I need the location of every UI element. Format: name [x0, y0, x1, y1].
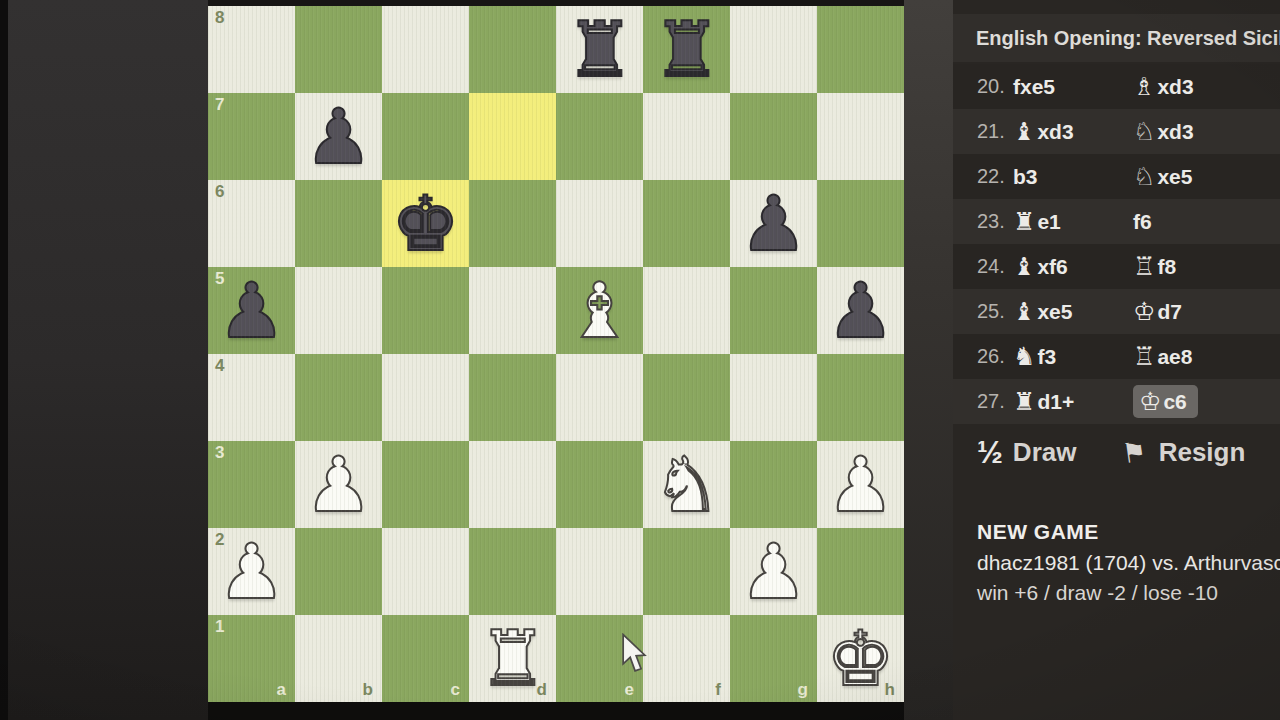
file-label-f: f: [715, 681, 721, 698]
square-g5[interactable]: [730, 267, 817, 354]
screen-bezel-left: [0, 0, 208, 720]
move-list-sidebar: English Opening: Reversed Sicilian V 20.…: [953, 0, 1280, 720]
white-pawn[interactable]: ♟: [304, 447, 372, 523]
file-label-g: g: [798, 681, 808, 698]
square-h4[interactable]: [817, 354, 904, 441]
square-a1[interactable]: 1a: [208, 615, 295, 702]
square-d8[interactable]: [469, 6, 556, 93]
rook-icon: ♜: [1013, 209, 1035, 234]
file-label-a: a: [277, 681, 286, 698]
white-knight[interactable]: ♞: [652, 447, 720, 523]
square-d6[interactable]: [469, 180, 556, 267]
san-text: xd3: [1157, 75, 1193, 99]
move-row-27: 27.♜d1+♔c6: [953, 379, 1280, 424]
square-h5[interactable]: ♟: [817, 267, 904, 354]
move-row-26: 26.♞f3♖ae8: [953, 334, 1280, 379]
square-d2[interactable]: [469, 528, 556, 615]
square-c4[interactable]: [382, 354, 469, 441]
file-label-e: e: [625, 681, 634, 698]
square-e6[interactable]: [556, 180, 643, 267]
move-23-black[interactable]: f6: [1133, 210, 1152, 234]
bishop-icon: ♝: [1013, 254, 1035, 279]
san-text: fxe5: [1013, 75, 1055, 99]
move-number: 24.: [977, 255, 1013, 278]
move-row-25: 25.♝xe5♔d7: [953, 289, 1280, 334]
move-20-white[interactable]: fxe5: [1013, 75, 1133, 99]
move-27-white[interactable]: ♜d1+: [1013, 389, 1133, 414]
square-c5[interactable]: [382, 267, 469, 354]
san-text: f3: [1037, 345, 1056, 369]
move-number: 23.: [977, 210, 1013, 233]
square-f4[interactable]: [643, 354, 730, 441]
knight-icon: ♞: [1013, 344, 1035, 369]
square-h1[interactable]: h♚: [817, 615, 904, 702]
half-point-icon: ½: [977, 437, 1003, 468]
white-pawn[interactable]: ♟: [739, 534, 807, 610]
new-game-title: NEW GAME: [977, 520, 1280, 544]
square-e8[interactable]: ♜: [556, 6, 643, 93]
move-27-black[interactable]: ♔c6: [1133, 385, 1198, 418]
square-b7[interactable]: ♟: [295, 93, 382, 180]
san-text: xf6: [1037, 255, 1067, 279]
move-22-white[interactable]: b3: [1013, 165, 1133, 189]
photo-dark-edge: [0, 0, 8, 720]
square-f8[interactable]: ♜: [643, 6, 730, 93]
king-icon: ♔: [1139, 389, 1161, 414]
black-king[interactable]: ♚: [391, 186, 459, 262]
game-actions: ½ Draw ⚑ Resign: [953, 424, 1280, 480]
square-h7[interactable]: [817, 93, 904, 180]
move-number: 25.: [977, 300, 1013, 323]
san-text: c6: [1163, 390, 1186, 414]
square-b8[interactable]: [295, 6, 382, 93]
san-text: b3: [1013, 165, 1038, 189]
move-row-21: 21.♝xd3♘xd3: [953, 109, 1280, 154]
san-text: d1+: [1037, 390, 1074, 414]
square-g3[interactable]: [730, 441, 817, 528]
square-g1[interactable]: g: [730, 615, 817, 702]
knight-icon: ♘: [1133, 119, 1155, 144]
move-row-22: 22.b3♘xe5: [953, 154, 1280, 199]
white-bishop[interactable]: ♝: [565, 273, 633, 349]
move-number: 27.: [977, 390, 1013, 413]
san-text: xd3: [1037, 120, 1073, 144]
square-a8[interactable]: 8: [208, 6, 295, 93]
square-e4[interactable]: [556, 354, 643, 441]
opening-name: English Opening: Reversed Sicilian V: [953, 14, 1280, 62]
black-pawn[interactable]: ♟: [217, 273, 285, 349]
board-sidebar-gap: [904, 0, 953, 720]
screen-bezel-bottom: [208, 702, 904, 720]
black-rook[interactable]: ♜: [652, 12, 720, 88]
resign-flag-icon: ⚑: [1121, 437, 1149, 467]
move-21-white[interactable]: ♝xd3: [1013, 119, 1133, 144]
move-20-black[interactable]: ♗xd3: [1133, 74, 1194, 99]
square-g6[interactable]: ♟: [730, 180, 817, 267]
black-rook[interactable]: ♜: [565, 12, 633, 88]
move-22-black[interactable]: ♘xe5: [1133, 164, 1192, 189]
square-a3[interactable]: 3: [208, 441, 295, 528]
move-24-black[interactable]: ♖f8: [1133, 254, 1176, 279]
san-text: xe5: [1157, 165, 1192, 189]
square-a5[interactable]: 5♟: [208, 267, 295, 354]
file-label-c: c: [451, 681, 460, 698]
black-pawn[interactable]: ♟: [826, 273, 894, 349]
rook-icon: ♖: [1133, 254, 1155, 279]
black-pawn[interactable]: ♟: [304, 99, 372, 175]
rank-label-4: 4: [215, 357, 224, 374]
square-f2[interactable]: [643, 528, 730, 615]
san-text: xe5: [1037, 300, 1072, 324]
square-c8[interactable]: [382, 6, 469, 93]
square-f1[interactable]: f: [643, 615, 730, 702]
file-label-h: h: [885, 681, 895, 698]
move-number: 26.: [977, 345, 1013, 368]
rook-icon: ♖: [1133, 344, 1155, 369]
rank-label-5: 5: [215, 270, 224, 287]
square-e7[interactable]: [556, 93, 643, 180]
rank-label-7: 7: [215, 96, 224, 113]
new-game-stakes: win +6 / draw -2 / lose -10: [977, 581, 1280, 605]
bishop-icon: ♗: [1133, 74, 1155, 99]
move-24-white[interactable]: ♝xf6: [1013, 254, 1133, 279]
bishop-icon: ♝: [1013, 299, 1035, 324]
square-h6[interactable]: [817, 180, 904, 267]
square-e5[interactable]: ♝: [556, 267, 643, 354]
san-text: xd3: [1157, 120, 1193, 144]
move-number: 21.: [977, 120, 1013, 143]
square-f3[interactable]: ♞: [643, 441, 730, 528]
square-g2[interactable]: ♟: [730, 528, 817, 615]
square-f6[interactable]: [643, 180, 730, 267]
move-23-white[interactable]: ♜e1: [1013, 209, 1133, 234]
move-row-23: 23.♜e1f6: [953, 199, 1280, 244]
square-b5[interactable]: [295, 267, 382, 354]
san-text: d7: [1157, 300, 1182, 324]
square-b3[interactable]: ♟: [295, 441, 382, 528]
new-game-panel: NEW GAME dhacz1981 (1704) vs. Arthurvasc…: [977, 520, 1280, 605]
square-d3[interactable]: [469, 441, 556, 528]
move-row-20: 20.fxe5♗xd3: [953, 64, 1280, 109]
rook-icon: ♜: [1013, 389, 1035, 414]
square-d7[interactable]: [469, 93, 556, 180]
square-h2[interactable]: [817, 528, 904, 615]
white-pawn[interactable]: ♟: [826, 447, 894, 523]
resign-button[interactable]: Resign: [1159, 437, 1246, 468]
move-21-black[interactable]: ♘xd3: [1133, 119, 1194, 144]
square-g7[interactable]: [730, 93, 817, 180]
san-text: e1: [1037, 210, 1060, 234]
square-h3[interactable]: ♟: [817, 441, 904, 528]
square-b6[interactable]: [295, 180, 382, 267]
white-pawn[interactable]: ♟: [217, 534, 285, 610]
square-c2[interactable]: [382, 528, 469, 615]
new-game-players: dhacz1981 (1704) vs. Arthurvasc: [977, 551, 1280, 575]
square-d4[interactable]: [469, 354, 556, 441]
san-text: ae8: [1157, 345, 1192, 369]
bishop-icon: ♝: [1013, 119, 1035, 144]
san-text: f8: [1157, 255, 1176, 279]
current-move-chip: ♔c6: [1133, 385, 1198, 418]
square-a4[interactable]: 4: [208, 354, 295, 441]
rank-label-2: 2: [215, 531, 224, 548]
square-g8[interactable]: [730, 6, 817, 93]
square-e3[interactable]: [556, 441, 643, 528]
chess-board: 8♜♜7♟6♚♟5♟♝♟43♟♞♟2♟♟1abcd♜efgh♚: [208, 6, 904, 702]
square-c3[interactable]: [382, 441, 469, 528]
draw-button[interactable]: Draw: [1013, 437, 1077, 468]
square-d1[interactable]: d♜: [469, 615, 556, 702]
square-h8[interactable]: [817, 6, 904, 93]
move-26-black[interactable]: ♖ae8: [1133, 344, 1192, 369]
move-number: 20.: [977, 75, 1013, 98]
rank-label-8: 8: [215, 9, 224, 26]
square-f5[interactable]: [643, 267, 730, 354]
square-b4[interactable]: [295, 354, 382, 441]
square-g4[interactable]: [730, 354, 817, 441]
square-c1[interactable]: c: [382, 615, 469, 702]
square-b2[interactable]: [295, 528, 382, 615]
move-list: 20.fxe5♗xd321.♝xd3♘xd322.b3♘xe523.♜e1f62…: [953, 64, 1280, 424]
black-pawn[interactable]: ♟: [739, 186, 807, 262]
square-c7[interactable]: [382, 93, 469, 180]
file-label-b: b: [363, 681, 373, 698]
square-a7[interactable]: 7: [208, 93, 295, 180]
square-a6[interactable]: 6: [208, 180, 295, 267]
file-label-d: d: [537, 681, 547, 698]
rank-label-6: 6: [215, 183, 224, 200]
square-e1[interactable]: e: [556, 615, 643, 702]
move-number: 22.: [977, 165, 1013, 188]
move-25-white[interactable]: ♝xe5: [1013, 299, 1133, 324]
move-row-24: 24.♝xf6♖f8: [953, 244, 1280, 289]
san-text: f6: [1133, 210, 1152, 234]
square-c6[interactable]: ♚: [382, 180, 469, 267]
square-e2[interactable]: [556, 528, 643, 615]
move-25-black[interactable]: ♔d7: [1133, 299, 1182, 324]
rank-label-3: 3: [215, 444, 224, 461]
square-f7[interactable]: [643, 93, 730, 180]
square-b1[interactable]: b: [295, 615, 382, 702]
rank-label-1: 1: [215, 618, 224, 635]
move-26-white[interactable]: ♞f3: [1013, 344, 1133, 369]
square-d5[interactable]: [469, 267, 556, 354]
square-a2[interactable]: 2♟: [208, 528, 295, 615]
knight-icon: ♘: [1133, 164, 1155, 189]
king-icon: ♔: [1133, 299, 1155, 324]
